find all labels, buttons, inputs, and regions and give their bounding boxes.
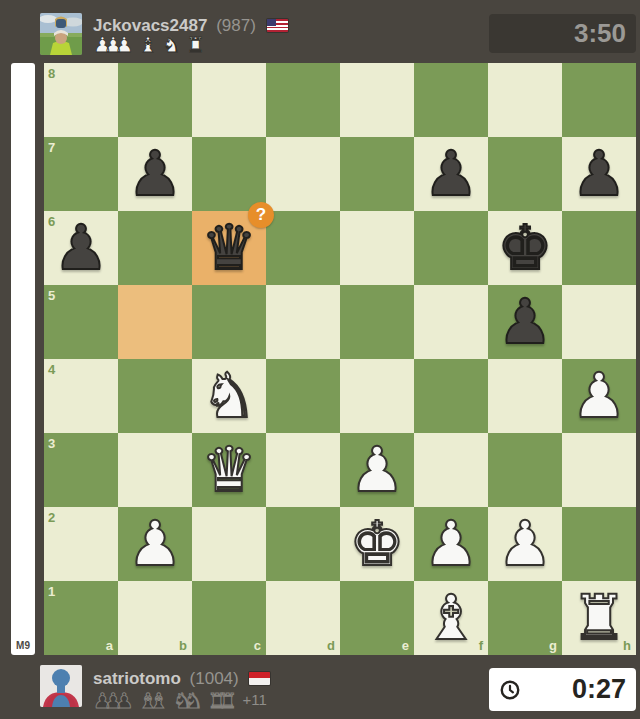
bottom-player-avatar[interactable] xyxy=(40,665,82,707)
piece-bp-h7[interactable]: ♟ xyxy=(562,137,636,211)
square-d2[interactable] xyxy=(266,507,340,581)
rank-label-8: 8 xyxy=(48,67,55,80)
rank-label-2: 2 xyxy=(48,511,55,524)
file-label-g: g xyxy=(549,639,557,652)
chess-game-screen: Jckovacs2487 (987) ♟♟♟♝♞♜ 3:50 M9 87♟♟♟6… xyxy=(0,0,640,719)
square-d6[interactable] xyxy=(266,211,340,285)
top-player-time: 3:50 xyxy=(499,18,626,49)
captured-black-group-2: ♞♞ xyxy=(173,691,208,712)
square-e2[interactable]: ♚ xyxy=(340,507,414,581)
square-e1[interactable]: e xyxy=(340,581,414,655)
square-f3[interactable] xyxy=(414,433,488,507)
bottom-player-rating: (1004) xyxy=(190,669,239,688)
square-h2[interactable] xyxy=(562,507,636,581)
square-h4[interactable]: ♟ xyxy=(562,359,636,433)
piece-wb-f1[interactable]: ♝ xyxy=(414,581,488,655)
default-avatar-icon xyxy=(40,665,82,707)
square-f4[interactable] xyxy=(414,359,488,433)
square-e5[interactable] xyxy=(340,285,414,359)
square-g7[interactable] xyxy=(488,137,562,211)
square-a1[interactable]: 1a xyxy=(44,581,118,655)
square-d4[interactable] xyxy=(266,359,340,433)
square-b7[interactable]: ♟ xyxy=(118,137,192,211)
square-c4[interactable]: ♞ xyxy=(192,359,266,433)
piece-wq-c3[interactable]: ♛ xyxy=(192,433,266,507)
piece-wp-g2[interactable]: ♟ xyxy=(488,507,562,581)
top-player-bar: Jckovacs2487 (987) ♟♟♟♝♞♜ 3:50 xyxy=(0,0,640,63)
square-g2[interactable]: ♟ xyxy=(488,507,562,581)
square-f2[interactable]: ♟ xyxy=(414,507,488,581)
square-f8[interactable] xyxy=(414,63,488,137)
evaluation-label: M9 xyxy=(11,640,35,651)
square-f5[interactable] xyxy=(414,285,488,359)
file-label-d: d xyxy=(327,639,335,652)
square-f7[interactable]: ♟ xyxy=(414,137,488,211)
top-player-avatar-photo xyxy=(40,13,82,55)
square-a2[interactable]: 2 xyxy=(44,507,118,581)
square-c3[interactable]: ♛ xyxy=(192,433,266,507)
rank-label-7: 7 xyxy=(48,141,55,154)
bottom-player-captured-pieces: ♟♟♟♝♝♞♞♜♜+11 xyxy=(93,689,267,712)
square-g3[interactable] xyxy=(488,433,562,507)
captured-white-group-3: ♜ xyxy=(186,35,210,56)
square-a8[interactable]: 8 xyxy=(44,63,118,137)
piece-bp-g5[interactable]: ♟ xyxy=(488,285,562,359)
square-e4[interactable] xyxy=(340,359,414,433)
piece-wp-f2[interactable]: ♟ xyxy=(414,507,488,581)
square-b1[interactable]: b xyxy=(118,581,192,655)
square-d8[interactable] xyxy=(266,63,340,137)
square-b2[interactable]: ♟ xyxy=(118,507,192,581)
piece-bp-a6[interactable]: ♟ xyxy=(44,211,118,285)
mistake-question-badge-icon: ? xyxy=(248,202,274,228)
top-player-clock: 3:50 xyxy=(489,14,636,53)
square-a4[interactable]: 4 xyxy=(44,359,118,433)
square-b4[interactable] xyxy=(118,359,192,433)
square-h7[interactable]: ♟ xyxy=(562,137,636,211)
square-d7[interactable] xyxy=(266,137,340,211)
square-e8[interactable] xyxy=(340,63,414,137)
square-h5[interactable] xyxy=(562,285,636,359)
material-advantage: +11 xyxy=(242,689,266,710)
rank-label-1: 1 xyxy=(48,585,55,598)
piece-bp-f7[interactable]: ♟ xyxy=(414,137,488,211)
piece-wp-e3[interactable]: ♟ xyxy=(340,433,414,507)
square-b6[interactable] xyxy=(118,211,192,285)
captured-white-group-1: ♝ xyxy=(138,35,162,56)
rank-label-5: 5 xyxy=(48,289,55,302)
top-player-rating: (987) xyxy=(216,16,256,35)
square-a6[interactable]: 6♟ xyxy=(44,211,118,285)
square-a7[interactable]: 7 xyxy=(44,137,118,211)
square-c2[interactable] xyxy=(192,507,266,581)
square-d3[interactable] xyxy=(266,433,340,507)
piece-bp-b7[interactable]: ♟ xyxy=(118,137,192,211)
bottom-player-time: 0:27 xyxy=(521,674,626,705)
square-b8[interactable] xyxy=(118,63,192,137)
evaluation-bar: M9 xyxy=(11,63,35,655)
square-c8[interactable] xyxy=(192,63,266,137)
square-f1[interactable]: f♝ xyxy=(414,581,488,655)
top-player-captured-pieces: ♟♟♟♝♞♜ xyxy=(93,35,210,56)
square-h8[interactable] xyxy=(562,63,636,137)
bottom-player-name[interactable]: satriotomo xyxy=(93,669,181,688)
chess-board: 87♟♟♟6♟♛?♚5♟4♞♟3♛♟2♟♚♟♟1abcdef♝gh♜ xyxy=(44,63,636,655)
square-g1[interactable]: g xyxy=(488,581,562,655)
square-c6[interactable]: ♛? xyxy=(192,211,266,285)
captured-white-group-0: ♟♟♟ xyxy=(93,35,138,56)
square-c7[interactable] xyxy=(192,137,266,211)
square-h6[interactable] xyxy=(562,211,636,285)
bottom-player-bar: satriotomo (1004) ♟♟♟♝♝♞♞♜♜+11 0:27 xyxy=(0,658,640,719)
captured-black-group-0: ♟♟♟ xyxy=(93,691,138,712)
piece-wn-c4[interactable]: ♞ xyxy=(192,359,266,433)
indonesia-flag-icon xyxy=(249,672,270,685)
square-e6[interactable] xyxy=(340,211,414,285)
piece-wk-e2[interactable]: ♚ xyxy=(340,507,414,581)
square-c5[interactable] xyxy=(192,285,266,359)
rank-label-3: 3 xyxy=(48,437,55,450)
file-label-a: a xyxy=(106,639,113,652)
top-player-avatar[interactable] xyxy=(40,13,82,55)
square-b5[interactable] xyxy=(118,285,192,359)
us-flag-icon xyxy=(267,19,288,32)
square-g4[interactable] xyxy=(488,359,562,433)
piece-wr-h1[interactable]: ♜ xyxy=(562,581,636,655)
square-h1[interactable]: h♜ xyxy=(562,581,636,655)
square-f6[interactable] xyxy=(414,211,488,285)
bottom-player-clock: 0:27 xyxy=(489,668,636,711)
square-d1[interactable]: d xyxy=(266,581,340,655)
captured-white-group-2: ♞ xyxy=(162,35,186,56)
square-h3[interactable] xyxy=(562,433,636,507)
square-g6[interactable]: ♚ xyxy=(488,211,562,285)
clock-icon xyxy=(499,679,521,701)
piece-wp-b2[interactable]: ♟ xyxy=(118,507,192,581)
square-c1[interactable]: c xyxy=(192,581,266,655)
piece-wp-h4[interactable]: ♟ xyxy=(562,359,636,433)
captured-black-group-1: ♝♝ xyxy=(138,691,173,712)
square-a3[interactable]: 3 xyxy=(44,433,118,507)
captured-black-group-3: ♜♜ xyxy=(208,691,243,712)
piece-bk-g6[interactable]: ♚ xyxy=(488,211,562,285)
rank-label-4: 4 xyxy=(48,363,55,376)
square-e3[interactable]: ♟ xyxy=(340,433,414,507)
square-b3[interactable] xyxy=(118,433,192,507)
file-label-e: e xyxy=(402,639,409,652)
square-a5[interactable]: 5 xyxy=(44,285,118,359)
bottom-player-name-row: satriotomo (1004) xyxy=(93,669,270,688)
file-label-c: c xyxy=(254,639,261,652)
square-e7[interactable] xyxy=(340,137,414,211)
square-d5[interactable] xyxy=(266,285,340,359)
square-g8[interactable] xyxy=(488,63,562,137)
square-g5[interactable]: ♟ xyxy=(488,285,562,359)
file-label-b: b xyxy=(179,639,187,652)
